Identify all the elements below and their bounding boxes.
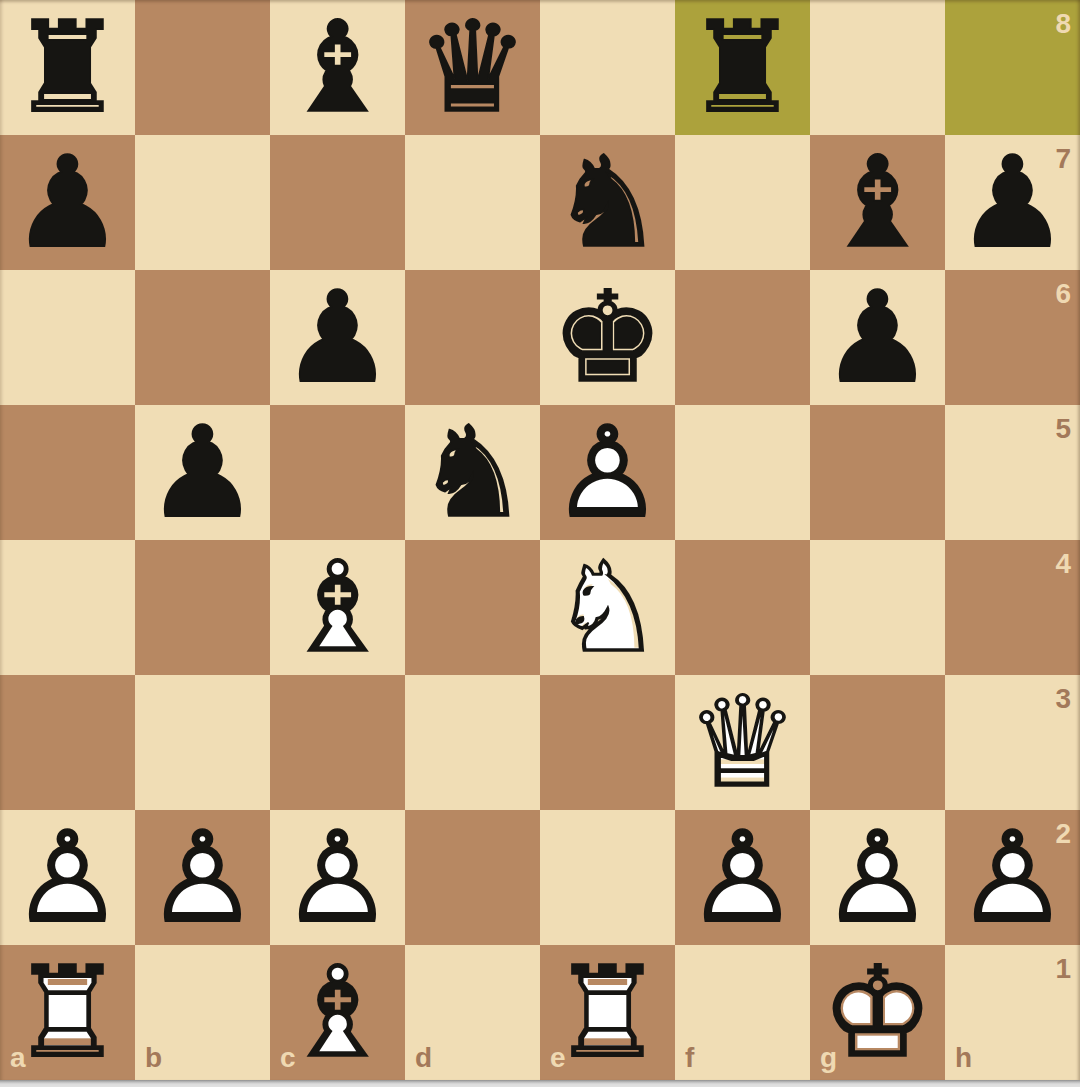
chess-app: ♜♝♛♜8♟♞♝♟7♟♚♟6♟♞♟♙5♝♗♞♘4♛♕3♟♙♟♙♟♙♟♙♟♙♟♙2…	[0, 0, 1080, 1087]
square-h6[interactable]: 6	[945, 270, 1080, 405]
square-c3[interactable]	[270, 675, 405, 810]
square-h2[interactable]: ♟♙2	[945, 810, 1080, 945]
piece-glyph: ♛	[405, 0, 540, 135]
rank-label-6: 6	[1055, 278, 1071, 310]
piece-glyph: ♜	[0, 0, 135, 135]
square-e2[interactable]	[540, 810, 675, 945]
square-d2[interactable]	[405, 810, 540, 945]
piece-outline-layer: ♖	[540, 945, 675, 1080]
piece-outline-layer: ♔	[810, 945, 945, 1080]
black-rook[interactable]: ♜	[0, 0, 135, 135]
piece-outline-layer: ♙	[0, 810, 135, 945]
piece-glyph: ♟	[0, 135, 135, 270]
square-g5[interactable]	[810, 405, 945, 540]
square-d8[interactable]: ♛	[405, 0, 540, 135]
rank-label-8: 8	[1055, 8, 1071, 40]
square-h3[interactable]: 3	[945, 675, 1080, 810]
black-bishop[interactable]: ♝	[810, 135, 945, 270]
file-label-f: f	[685, 1042, 694, 1074]
square-b1[interactable]: b	[135, 945, 270, 1080]
piece-outline-layer: ♘	[540, 540, 675, 675]
square-a8[interactable]: ♜	[0, 0, 135, 135]
black-king[interactable]: ♚	[540, 270, 675, 405]
square-a7[interactable]: ♟	[0, 135, 135, 270]
white-pawn[interactable]: ♟♙	[945, 810, 1080, 945]
square-a6[interactable]	[0, 270, 135, 405]
square-d6[interactable]	[405, 270, 540, 405]
rank-label-5: 5	[1055, 413, 1071, 445]
file-label-d: d	[415, 1042, 432, 1074]
white-pawn[interactable]: ♟♙	[675, 810, 810, 945]
square-g2[interactable]: ♟♙	[810, 810, 945, 945]
square-g7[interactable]: ♝	[810, 135, 945, 270]
black-pawn[interactable]: ♟	[810, 270, 945, 405]
file-label-h: h	[955, 1042, 972, 1074]
black-pawn[interactable]: ♟	[270, 270, 405, 405]
white-bishop[interactable]: ♝♗	[270, 540, 405, 675]
piece-glyph: ♝	[810, 135, 945, 270]
square-f3[interactable]: ♛♕	[675, 675, 810, 810]
white-king[interactable]: ♚♔	[810, 945, 945, 1080]
black-knight[interactable]: ♞	[405, 405, 540, 540]
black-pawn[interactable]: ♟	[945, 135, 1080, 270]
white-pawn[interactable]: ♟♙	[810, 810, 945, 945]
piece-glyph: ♟	[810, 270, 945, 405]
square-c7[interactable]	[270, 135, 405, 270]
piece-outline-layer: ♖	[0, 945, 135, 1080]
white-pawn[interactable]: ♟♙	[270, 810, 405, 945]
square-h5[interactable]: 5	[945, 405, 1080, 540]
black-queen[interactable]: ♛	[405, 0, 540, 135]
square-a3[interactable]	[0, 675, 135, 810]
square-h4[interactable]: 4	[945, 540, 1080, 675]
white-queen[interactable]: ♛♕	[675, 675, 810, 810]
square-g3[interactable]	[810, 675, 945, 810]
square-f1[interactable]: f	[675, 945, 810, 1080]
square-d7[interactable]	[405, 135, 540, 270]
square-g8[interactable]	[810, 0, 945, 135]
white-pawn[interactable]: ♟♙	[135, 810, 270, 945]
square-e1[interactable]: ♜♖e	[540, 945, 675, 1080]
piece-glyph: ♟	[270, 270, 405, 405]
square-e3[interactable]	[540, 675, 675, 810]
square-a4[interactable]	[0, 540, 135, 675]
piece-outline-layer: ♙	[270, 810, 405, 945]
rank-label-1: 1	[1055, 953, 1071, 985]
square-c5[interactable]	[270, 405, 405, 540]
square-c4[interactable]: ♝♗	[270, 540, 405, 675]
white-rook[interactable]: ♜♖	[0, 945, 135, 1080]
piece-outline-layer: ♗	[270, 945, 405, 1080]
square-h1[interactable]: 1h	[945, 945, 1080, 1080]
square-e8[interactable]	[540, 0, 675, 135]
square-f2[interactable]: ♟♙	[675, 810, 810, 945]
square-f7[interactable]	[675, 135, 810, 270]
square-a1[interactable]: ♜♖a	[0, 945, 135, 1080]
square-b7[interactable]	[135, 135, 270, 270]
square-g4[interactable]	[810, 540, 945, 675]
piece-outline-layer: ♙	[135, 810, 270, 945]
rank-label-4: 4	[1055, 548, 1071, 580]
square-h7[interactable]: ♟7	[945, 135, 1080, 270]
square-g6[interactable]: ♟	[810, 270, 945, 405]
white-pawn[interactable]: ♟♙	[540, 405, 675, 540]
black-knight[interactable]: ♞	[540, 135, 675, 270]
piece-outline-layer: ♕	[675, 675, 810, 810]
black-pawn[interactable]: ♟	[0, 135, 135, 270]
square-e6[interactable]: ♚	[540, 270, 675, 405]
square-f8[interactable]: ♜	[675, 0, 810, 135]
square-b5[interactable]: ♟	[135, 405, 270, 540]
piece-outline-layer: ♗	[270, 540, 405, 675]
square-d3[interactable]	[405, 675, 540, 810]
file-label-b: b	[145, 1042, 162, 1074]
piece-outline-layer: ♙	[540, 405, 675, 540]
piece-glyph: ♟	[135, 405, 270, 540]
piece-glyph: ♚	[540, 270, 675, 405]
square-f5[interactable]	[675, 405, 810, 540]
rank-label-3: 3	[1055, 683, 1071, 715]
square-d4[interactable]	[405, 540, 540, 675]
white-rook[interactable]: ♜♖	[540, 945, 675, 1080]
black-bishop[interactable]: ♝	[270, 0, 405, 135]
piece-glyph: ♝	[270, 0, 405, 135]
square-c2[interactable]: ♟♙	[270, 810, 405, 945]
square-d1[interactable]: d	[405, 945, 540, 1080]
square-a5[interactable]	[0, 405, 135, 540]
square-b3[interactable]	[135, 675, 270, 810]
piece-glyph: ♜	[675, 0, 810, 135]
square-b4[interactable]	[135, 540, 270, 675]
square-g1[interactable]: ♚♔g	[810, 945, 945, 1080]
white-pawn[interactable]: ♟♙	[0, 810, 135, 945]
square-f4[interactable]	[675, 540, 810, 675]
piece-glyph: ♟	[945, 135, 1080, 270]
square-d5[interactable]: ♞	[405, 405, 540, 540]
white-knight[interactable]: ♞♘	[540, 540, 675, 675]
white-bishop[interactable]: ♝♗	[270, 945, 405, 1080]
piece-outline-layer: ♙	[945, 810, 1080, 945]
black-pawn[interactable]: ♟	[135, 405, 270, 540]
square-e5[interactable]: ♟♙	[540, 405, 675, 540]
chess-board[interactable]: ♜♝♛♜8♟♞♝♟7♟♚♟6♟♞♟♙5♝♗♞♘4♛♕3♟♙♟♙♟♙♟♙♟♙♟♙2…	[0, 0, 1080, 1080]
piece-glyph: ♞	[540, 135, 675, 270]
black-rook[interactable]: ♜	[675, 0, 810, 135]
square-c8[interactable]: ♝	[270, 0, 405, 135]
piece-outline-layer: ♙	[675, 810, 810, 945]
square-f6[interactable]	[675, 270, 810, 405]
piece-outline-layer: ♙	[810, 810, 945, 945]
piece-glyph: ♞	[405, 405, 540, 540]
square-c6[interactable]: ♟	[270, 270, 405, 405]
square-h8[interactable]: 8	[945, 0, 1080, 135]
square-a2[interactable]: ♟♙	[0, 810, 135, 945]
square-c1[interactable]: ♝♗c	[270, 945, 405, 1080]
square-b8[interactable]	[135, 0, 270, 135]
square-b2[interactable]: ♟♙	[135, 810, 270, 945]
square-e7[interactable]: ♞	[540, 135, 675, 270]
square-b6[interactable]	[135, 270, 270, 405]
square-e4[interactable]: ♞♘	[540, 540, 675, 675]
